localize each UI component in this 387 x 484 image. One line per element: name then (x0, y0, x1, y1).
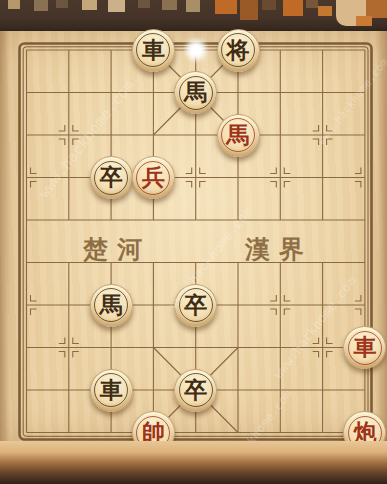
piece-character: 馬 (227, 123, 250, 146)
piece-character: 炮 (353, 420, 376, 443)
piece-character: 車 (353, 335, 376, 358)
piece-character: 卒 (100, 165, 123, 188)
piece-character: 卒 (184, 378, 207, 401)
piece-character: 車 (100, 378, 123, 401)
piece-character: 車 (142, 38, 165, 61)
black-soldier-piece[interactable]: 卒 (174, 369, 217, 412)
piece-character: 馬 (184, 80, 207, 103)
black-soldier-piece[interactable]: 卒 (90, 156, 133, 199)
black-horse-piece[interactable]: 馬 (174, 71, 217, 114)
red-horse-piece[interactable]: 馬 (217, 114, 260, 157)
xiangqi-app-screen: 楚河 漢界 車将馬馬卒兵馬卒車車卒帥炮 www.hackhome.com www… (0, 0, 387, 484)
black-soldier-piece[interactable]: 卒 (174, 284, 217, 327)
xiangqi-board[interactable]: 車将馬馬卒兵馬卒車車卒帥炮 (5, 29, 386, 454)
last-move-indicator-dot (183, 37, 209, 63)
piece-character: 卒 (184, 293, 207, 316)
black-horse-piece[interactable]: 馬 (90, 284, 133, 327)
black-general-piece[interactable]: 将 (217, 29, 260, 72)
piece-character: 兵 (142, 165, 165, 188)
black-chariot-piece[interactable]: 車 (90, 369, 133, 412)
red-soldier-piece[interactable]: 兵 (132, 156, 175, 199)
red-chariot-piece[interactable]: 車 (343, 326, 386, 369)
piece-character: 将 (227, 38, 250, 61)
piece-character: 馬 (100, 293, 123, 316)
black-chariot-piece[interactable]: 車 (132, 29, 175, 72)
piece-character: 帥 (142, 420, 165, 443)
table-front-edge (0, 441, 387, 484)
